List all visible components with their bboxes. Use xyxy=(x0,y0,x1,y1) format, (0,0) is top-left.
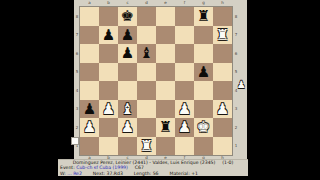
square-b4[interactable] xyxy=(99,81,118,100)
square-a5[interactable] xyxy=(80,63,99,82)
file-labels-top: abcdefgh xyxy=(80,0,232,6)
white-rook[interactable]: ♜ xyxy=(137,137,156,156)
coord-label-3: 3 xyxy=(233,100,239,119)
square-d4[interactable] xyxy=(137,81,156,100)
coord-label-1: 1 xyxy=(233,137,239,156)
black-pawn[interactable]: ♟ xyxy=(194,63,213,82)
black-pawn[interactable]: ♟ xyxy=(118,26,137,45)
material-label: Material: xyxy=(169,171,189,176)
square-e8[interactable] xyxy=(156,7,175,26)
square-d1[interactable]: ♜ xyxy=(137,137,156,156)
coord-label-f: f xyxy=(175,0,194,6)
square-f5[interactable] xyxy=(175,63,194,82)
last-move: ... Re2 xyxy=(67,171,82,176)
square-d2[interactable] xyxy=(137,118,156,137)
square-c3[interactable]: ♝ xyxy=(118,100,137,119)
square-a6[interactable] xyxy=(80,44,99,63)
square-f6[interactable] xyxy=(175,44,194,63)
black-king[interactable]: ♚ xyxy=(118,7,137,26)
coord-label-2: 2 xyxy=(233,118,239,137)
black-player-elo: (2345) xyxy=(200,160,215,165)
white-bishop[interactable]: ♝ xyxy=(118,100,137,119)
white-pawn[interactable]: ♟ xyxy=(80,118,99,137)
square-b1[interactable] xyxy=(99,137,118,156)
square-c7[interactable]: ♟ xyxy=(118,26,137,45)
caption-bar: Dominguez Perez, Leinier (2441) - Valdes… xyxy=(58,159,248,176)
side-marker-box xyxy=(71,137,79,145)
coord-label-a: a xyxy=(80,0,99,6)
square-g6[interactable] xyxy=(194,44,213,63)
black-pawn[interactable]: ♟ xyxy=(99,26,118,45)
square-a2[interactable]: ♟ xyxy=(80,118,99,137)
coord-label-e: e xyxy=(156,0,175,6)
black-bishop[interactable]: ♝ xyxy=(137,44,156,63)
square-d7[interactable] xyxy=(137,26,156,45)
players-separator: - xyxy=(149,160,151,165)
white-pawn[interactable]: ♟ xyxy=(213,100,232,119)
square-c5[interactable] xyxy=(118,63,137,82)
white-player-elo: (2441) xyxy=(133,160,148,165)
coord-label-8: 8 xyxy=(233,7,239,26)
white-pawn[interactable]: ♟ xyxy=(99,100,118,119)
square-a1[interactable] xyxy=(80,137,99,156)
square-d8[interactable] xyxy=(137,7,156,26)
square-f8[interactable] xyxy=(175,7,194,26)
length-value: 56 xyxy=(153,171,159,176)
move-label: W: xyxy=(60,171,66,176)
meta-line: W: ... Re2 Next: 37.Rd3 Length: 56 Mater… xyxy=(58,171,248,176)
white-player-name: Dominguez Perez, Leinier xyxy=(73,160,131,165)
square-f2[interactable]: ♟ xyxy=(175,118,194,137)
black-rook[interactable]: ♜ xyxy=(194,7,213,26)
square-h5[interactable] xyxy=(213,63,232,82)
event-link[interactable]: Cub-ch sf Cuba (1999) xyxy=(76,165,128,170)
coord-label-6: 6 xyxy=(233,44,239,63)
square-g1[interactable] xyxy=(194,137,213,156)
square-h1[interactable] xyxy=(213,137,232,156)
next-move: 37.Rd3 xyxy=(107,171,123,176)
chess-board: ♚♜♟♟♜♟♝♟♟♟♝♟♟♟♟♜♟♚♜ xyxy=(80,7,232,155)
square-c4[interactable] xyxy=(118,81,137,100)
square-e2[interactable]: ♜ xyxy=(156,118,175,137)
square-f4[interactable] xyxy=(175,81,194,100)
event-label: Event: xyxy=(60,165,75,170)
square-b7[interactable]: ♟ xyxy=(99,26,118,45)
square-h3[interactable]: ♟ xyxy=(213,100,232,119)
coord-label-7: 7 xyxy=(233,26,239,45)
white-pawn[interactable]: ♟ xyxy=(118,118,137,137)
square-b2[interactable] xyxy=(99,118,118,137)
square-d3[interactable] xyxy=(137,100,156,119)
square-a7[interactable] xyxy=(80,26,99,45)
square-f3[interactable]: ♟ xyxy=(175,100,194,119)
square-b8[interactable] xyxy=(99,7,118,26)
square-b5[interactable] xyxy=(99,63,118,82)
square-e5[interactable] xyxy=(156,63,175,82)
square-b3[interactable]: ♟ xyxy=(99,100,118,119)
square-a3[interactable]: ♟ xyxy=(80,100,99,119)
chess-app-screen: abcdefgh abcdefgh 87654321 87654321 ♚♜♟♟… xyxy=(0,0,320,180)
white-rook[interactable]: ♜ xyxy=(213,26,232,45)
square-h7[interactable]: ♜ xyxy=(213,26,232,45)
square-c2[interactable]: ♟ xyxy=(118,118,137,137)
length-label: Length: xyxy=(134,171,151,176)
square-g8[interactable]: ♜ xyxy=(194,7,213,26)
square-e3[interactable] xyxy=(156,100,175,119)
square-h6[interactable] xyxy=(213,44,232,63)
square-d5[interactable] xyxy=(137,63,156,82)
square-a8[interactable] xyxy=(80,7,99,26)
square-e7[interactable] xyxy=(156,26,175,45)
square-g7[interactable] xyxy=(194,26,213,45)
square-e6[interactable] xyxy=(156,44,175,63)
material-value: +1 xyxy=(191,171,198,176)
coord-label-b: b xyxy=(99,0,118,6)
square-h2[interactable] xyxy=(213,118,232,137)
white-king[interactable]: ♚ xyxy=(194,118,213,137)
white-pawn[interactable]: ♟ xyxy=(175,118,194,137)
square-e4[interactable] xyxy=(156,81,175,100)
black-pawn[interactable]: ♟ xyxy=(118,44,137,63)
square-c1[interactable] xyxy=(118,137,137,156)
square-c6[interactable]: ♟ xyxy=(118,44,137,63)
square-h8[interactable] xyxy=(213,7,232,26)
black-player-name: Valdes, Luis Enrique xyxy=(152,160,198,165)
white-pawn[interactable]: ♟ xyxy=(175,100,194,119)
square-f7[interactable] xyxy=(175,26,194,45)
square-c8[interactable]: ♚ xyxy=(118,7,137,26)
square-f1[interactable] xyxy=(175,137,194,156)
square-g2[interactable]: ♚ xyxy=(194,118,213,137)
game-result: (1-0) xyxy=(222,160,233,165)
square-b6[interactable] xyxy=(99,44,118,63)
black-rook[interactable]: ♜ xyxy=(156,118,175,137)
square-g3[interactable] xyxy=(194,100,213,119)
coord-label-g: g xyxy=(194,0,213,6)
square-d6[interactable]: ♝ xyxy=(137,44,156,63)
coord-label-c: c xyxy=(118,0,137,6)
square-a4[interactable] xyxy=(80,81,99,100)
side-to-move-pawn-icon: ♟ xyxy=(236,78,247,92)
square-h4[interactable] xyxy=(213,81,232,100)
black-pawn[interactable]: ♟ xyxy=(80,100,99,119)
coord-label-h: h xyxy=(213,0,232,6)
eco-code: C67 xyxy=(135,165,144,170)
square-g4[interactable] xyxy=(194,81,213,100)
next-label: Next: xyxy=(93,171,105,176)
coord-label-d: d xyxy=(137,0,156,6)
square-g5[interactable]: ♟ xyxy=(194,63,213,82)
square-e1[interactable] xyxy=(156,137,175,156)
